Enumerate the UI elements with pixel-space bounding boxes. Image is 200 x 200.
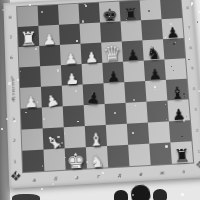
square-c5 <box>61 64 83 86</box>
square-b1 <box>44 148 66 171</box>
square-f2 <box>127 123 149 145</box>
square-f1 <box>128 144 151 166</box>
square-f7 <box>121 20 143 41</box>
square-c7 <box>59 24 81 45</box>
square-e2 <box>106 124 128 146</box>
board-grid: ♜♟♛♟♟♟♟♟♝♝♚♞♚♜♟♟♞♟♟♟♝♟♜ <box>17 0 193 172</box>
rank-label: 3 <box>189 99 200 120</box>
finger-shadow <box>153 189 167 200</box>
square-b5 <box>40 65 62 87</box>
rank-label: 4 <box>188 78 200 99</box>
square-g1 <box>149 142 172 164</box>
square-h2 <box>169 120 192 142</box>
square-c4 <box>62 84 84 106</box>
square-b3 <box>42 106 64 128</box>
square-d2 <box>85 125 107 147</box>
square-e7 <box>100 21 122 42</box>
square-h8 <box>160 0 182 19</box>
square-g2 <box>148 121 171 143</box>
finger-shadow <box>130 184 151 200</box>
square-c3 <box>63 105 85 127</box>
finger-shadow <box>114 190 128 200</box>
file-label: а <box>23 172 45 187</box>
rank-label: 6 <box>185 37 197 58</box>
board-maker-stamp: ШАХМАТЫ <box>6 62 20 122</box>
square-f3 <box>126 102 148 124</box>
square-e5 <box>102 62 124 84</box>
rank-label: 8 <box>4 7 17 28</box>
square-b2 <box>43 127 65 149</box>
rank-label: 8 <box>181 0 193 18</box>
square-f6 <box>122 40 144 61</box>
square-h4 <box>166 79 188 101</box>
square-h5 <box>164 58 186 80</box>
rank-label: 7 <box>183 17 195 38</box>
square-c2 <box>64 126 86 148</box>
file-label: е <box>130 166 152 181</box>
square-d8 <box>78 3 100 24</box>
square-e3 <box>105 103 127 125</box>
square-e6 <box>101 41 123 62</box>
square-g8 <box>140 0 162 20</box>
square-e8 <box>99 2 121 23</box>
file-label: ж <box>151 165 173 180</box>
square-b7 <box>38 25 59 46</box>
square-d4 <box>83 83 105 105</box>
square-g6 <box>142 39 164 60</box>
file-label: б <box>44 171 66 186</box>
square-c8 <box>58 4 79 25</box>
square-g3 <box>146 101 168 123</box>
file-label: г <box>87 168 109 183</box>
square-f4 <box>124 81 146 103</box>
chess-board: 87654321 87654321 абвгдежз ШАХМАТЫ ❖ ❖ ♜… <box>3 0 200 188</box>
square-b6 <box>39 45 61 66</box>
corner-ornament-icon: ❖ <box>10 169 22 183</box>
square-d7 <box>80 23 102 44</box>
square-g4 <box>145 80 167 102</box>
file-label: з <box>172 164 194 178</box>
square-c1 <box>65 147 87 170</box>
square-a4 <box>20 87 42 109</box>
finger-shadow <box>12 194 40 200</box>
square-h6 <box>163 38 185 59</box>
rank-label: 2 <box>191 120 200 142</box>
square-h1 <box>170 141 193 163</box>
chessboard-photo: 87654321 87654321 абвгдежз ШАХМАТЫ ❖ ❖ ♜… <box>0 0 200 200</box>
rank-label: 5 <box>186 58 198 79</box>
square-f5 <box>123 61 145 83</box>
square-a7 <box>18 26 39 47</box>
square-d6 <box>81 43 103 64</box>
corner-ornament-icon: ❖ <box>195 160 200 171</box>
file-label: в <box>66 170 88 185</box>
square-h3 <box>167 99 189 121</box>
square-a1 <box>22 150 44 173</box>
square-a3 <box>21 107 43 129</box>
file-label: д <box>108 167 130 182</box>
square-d3 <box>84 104 106 126</box>
rank-label: 2 <box>7 130 21 152</box>
square-b8 <box>38 5 59 26</box>
square-e1 <box>107 145 129 168</box>
square-f8 <box>119 0 141 21</box>
rank-label: 7 <box>4 27 17 48</box>
square-a2 <box>22 128 44 150</box>
square-g5 <box>144 59 166 81</box>
square-a8 <box>17 6 38 27</box>
square-c6 <box>60 44 82 65</box>
square-e4 <box>103 82 125 104</box>
square-a5 <box>19 66 41 88</box>
square-h7 <box>162 18 184 39</box>
square-a6 <box>19 46 40 67</box>
square-g7 <box>141 19 163 40</box>
square-b4 <box>41 86 63 108</box>
square-d5 <box>82 63 104 85</box>
square-d1 <box>86 146 108 169</box>
